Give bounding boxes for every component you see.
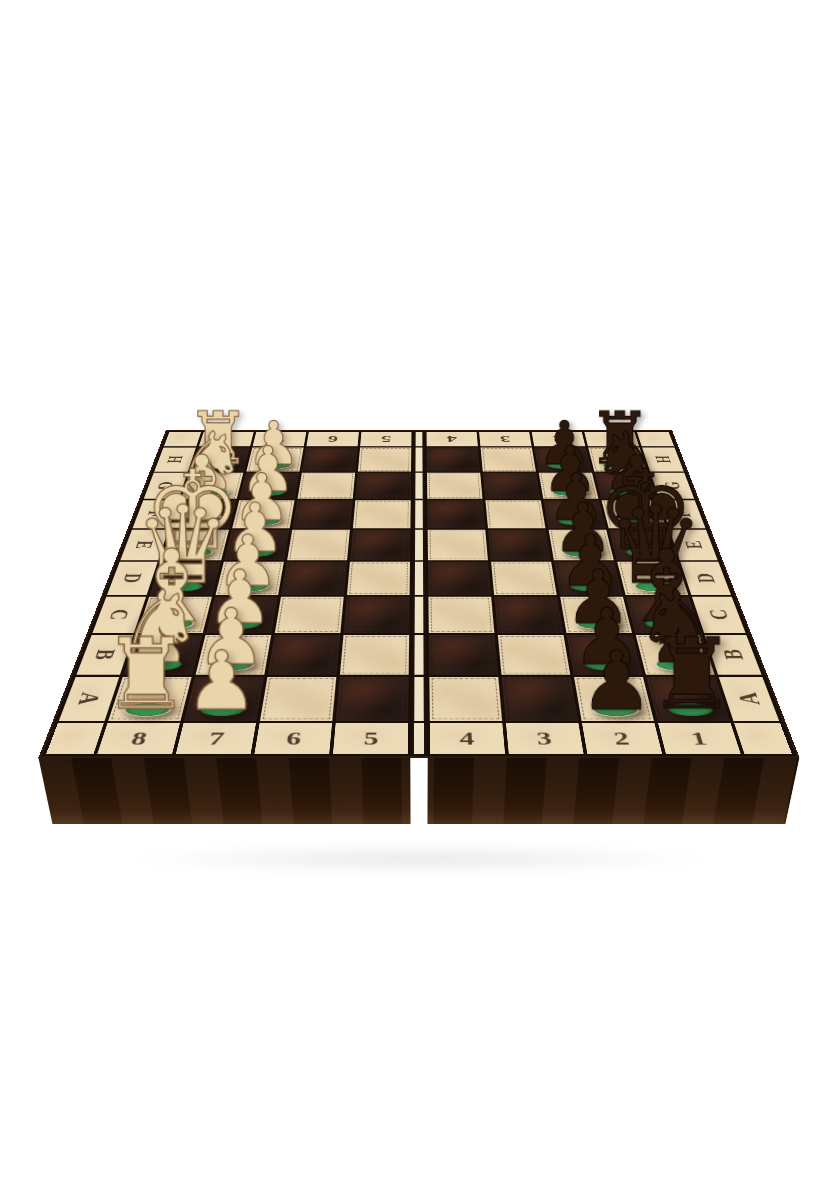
piece-black-pawn-A2: ♟: [580, 648, 653, 715]
chessboard-3d: 87654321H♜♟♟♜HG♞♟♟♞GF♝♟♟♝FE♚♟♟♚ED♛♟♟♛DC♝…: [38, 430, 799, 757]
square-E6: [287, 530, 350, 560]
square-G6: [298, 473, 356, 499]
rank-label: 8: [97, 723, 179, 753]
square-D3: [491, 562, 557, 595]
fold-seam: [412, 677, 426, 721]
label-front-2: 2: [582, 723, 662, 753]
square-A2: ♟: [574, 677, 654, 721]
fold-seam: [413, 473, 424, 499]
rank-label: 6: [306, 432, 359, 446]
label-front-4: 4: [430, 723, 505, 753]
label-front-1: 1: [658, 723, 740, 753]
rank-label: 7: [176, 723, 256, 753]
label-back-6: 6: [306, 432, 359, 446]
square-E5: [350, 530, 410, 560]
floor-shadow: [120, 846, 720, 872]
square-F4: [427, 500, 485, 528]
piece-white-pawn-A7: ♟: [185, 648, 258, 715]
label-front-3: 3: [506, 723, 584, 753]
chessboard-grid: 87654321H♜♟♟♜HG♞♟♟♞GF♝♟♟♝FE♚♟♟♚ED♛♟♟♛DC♝…: [38, 430, 799, 757]
square-G5: [355, 473, 411, 499]
square-A5: [336, 677, 409, 721]
square-D4: [428, 562, 491, 595]
square-A6: [260, 677, 336, 721]
fold-seam: [412, 723, 427, 753]
square-H4: [427, 448, 480, 472]
square-B3: [498, 635, 570, 675]
fold-seam: [412, 597, 425, 633]
square-B5: [340, 635, 409, 675]
rank-label: 5: [333, 723, 408, 753]
square-C5: [344, 597, 410, 633]
square-A7: ♟: [184, 677, 264, 721]
piece-white-rook-A8: ♜: [102, 634, 190, 714]
fold-seam: [413, 500, 424, 528]
rank-label: 3: [506, 723, 584, 753]
fold-seam: [413, 562, 426, 595]
fold-seam: [414, 448, 425, 472]
square-H6: [302, 448, 357, 472]
label-front-5: 5: [333, 723, 408, 753]
square-G3: [483, 473, 541, 499]
square-B4: [429, 635, 498, 675]
label-back-5: 5: [360, 432, 411, 446]
rank-label: 2: [582, 723, 662, 753]
square-B6: [268, 635, 340, 675]
rank-label: 3: [479, 432, 532, 446]
square-F6: [293, 500, 353, 528]
frame-corner: [46, 723, 103, 753]
box-front-face: [38, 758, 799, 824]
square-A3: [502, 677, 578, 721]
square-D6: [281, 562, 347, 595]
label-front-8: 8: [97, 723, 179, 753]
rank-label: 4: [427, 432, 478, 446]
square-F3: [485, 500, 545, 528]
label-front-7: 7: [176, 723, 256, 753]
photo-scene: 87654321H♜♟♟♜HG♞♟♟♞GF♝♟♟♝FE♚♟♟♚ED♛♟♟♛DC♝…: [0, 0, 838, 1200]
rank-label: 4: [430, 723, 505, 753]
fold-seam: [414, 432, 424, 446]
square-A8: ♜: [108, 677, 191, 721]
square-D5: [347, 562, 410, 595]
square-E4: [428, 530, 488, 560]
square-C4: [428, 597, 494, 633]
fold-seam: [413, 530, 425, 560]
square-H5: [358, 448, 411, 472]
piece-black-rook-A1: ♜: [648, 634, 736, 714]
fold-seam: [412, 635, 426, 675]
square-A4: [429, 677, 502, 721]
square-G4: [427, 473, 483, 499]
label-back-3: 3: [479, 432, 532, 446]
square-E3: [488, 530, 551, 560]
rank-label: 5: [360, 432, 411, 446]
square-H3: [481, 448, 536, 472]
square-A1: ♜: [646, 677, 729, 721]
frame-corner: [734, 723, 791, 753]
rank-label: 1: [658, 723, 740, 753]
label-back-4: 4: [427, 432, 478, 446]
square-C6: [275, 597, 344, 633]
square-C3: [494, 597, 563, 633]
label-front-6: 6: [254, 723, 332, 753]
square-F5: [353, 500, 411, 528]
rank-label: 6: [254, 723, 332, 753]
